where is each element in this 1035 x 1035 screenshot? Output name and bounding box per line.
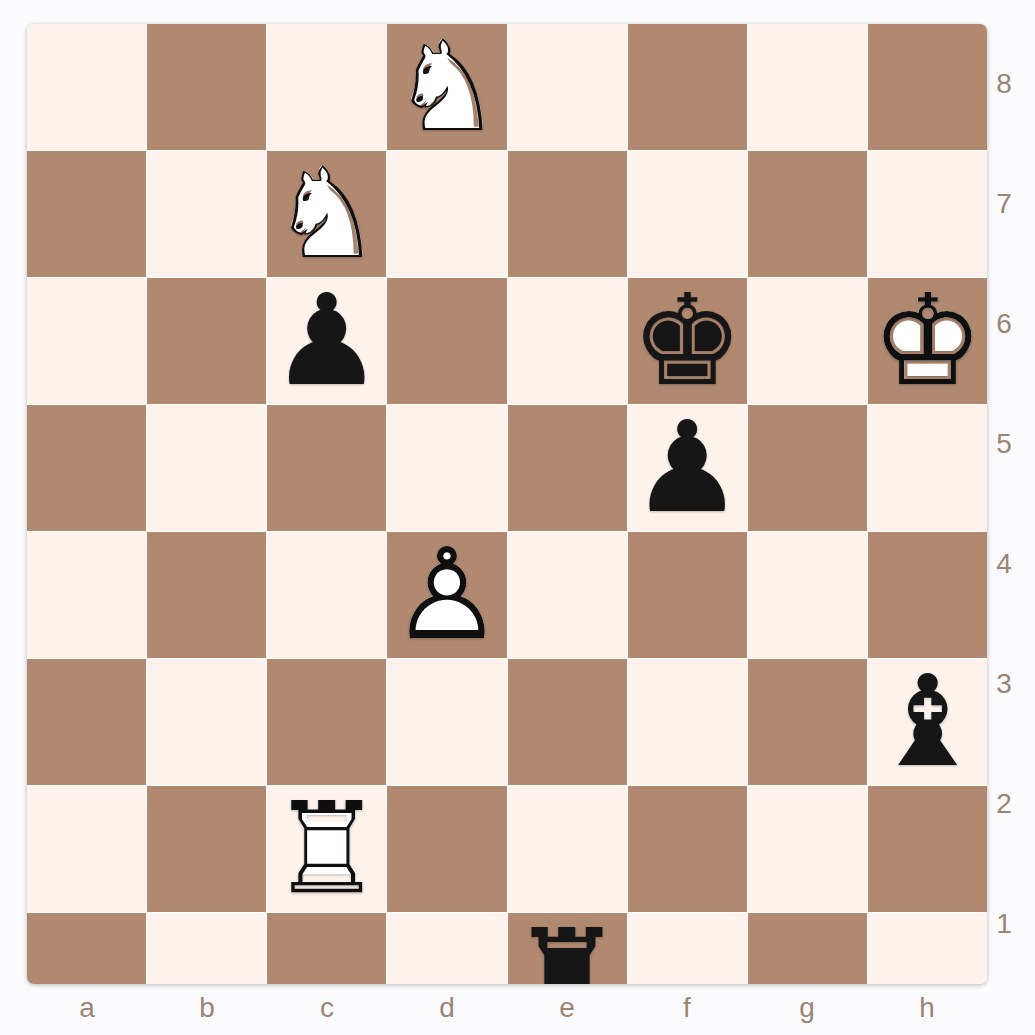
square-d5[interactable] (387, 405, 506, 531)
chess-board: ♞♘♞♘♟♚♚♔♟♟♙♝♜♖♜ (27, 24, 987, 984)
file-label-c: c (267, 986, 387, 1030)
square-d6[interactable] (387, 278, 506, 404)
square-c7[interactable]: ♞♘ (267, 151, 386, 277)
white-rook-icon[interactable]: ♜♖ (267, 786, 386, 912)
white-knight-icon[interactable]: ♞♘ (267, 151, 386, 277)
file-label-g: g (747, 986, 867, 1030)
square-c5[interactable] (267, 405, 386, 531)
white-knight-icon[interactable]: ♞♘ (387, 24, 506, 150)
square-a8[interactable] (27, 24, 146, 150)
square-a5[interactable] (27, 405, 146, 531)
square-f1[interactable] (628, 913, 747, 984)
square-g3[interactable] (748, 659, 867, 785)
square-c1[interactable] (267, 913, 386, 984)
square-b7[interactable] (147, 151, 266, 277)
square-d1[interactable] (387, 913, 506, 984)
square-h2[interactable] (868, 786, 987, 912)
square-h8[interactable] (868, 24, 987, 150)
chess-page: ♞♘♞♘♟♚♚♔♟♟♙♝♜♖♜ abcdefgh 87654321 (0, 0, 1035, 1035)
square-d7[interactable] (387, 151, 506, 277)
square-h5[interactable] (868, 405, 987, 531)
square-h6[interactable]: ♚♔ (868, 278, 987, 404)
square-a1[interactable] (27, 913, 146, 984)
white-king-icon[interactable]: ♚♔ (868, 278, 987, 404)
square-a3[interactable] (27, 659, 146, 785)
square-b2[interactable] (147, 786, 266, 912)
square-c8[interactable] (267, 24, 386, 150)
square-e6[interactable] (508, 278, 627, 404)
square-h4[interactable] (868, 532, 987, 658)
square-h3[interactable]: ♝ (868, 659, 987, 785)
rank-labels: 87654321 (987, 24, 1021, 984)
black-pawn-icon[interactable]: ♟ (267, 278, 386, 404)
square-f3[interactable] (628, 659, 747, 785)
file-label-d: d (387, 986, 507, 1030)
file-label-b: b (147, 986, 267, 1030)
square-d4[interactable]: ♟♙ (387, 532, 506, 658)
file-label-e: e (507, 986, 627, 1030)
square-b8[interactable] (147, 24, 266, 150)
black-pawn-icon[interactable]: ♟ (628, 405, 747, 531)
white-pawn-icon[interactable]: ♟♙ (387, 532, 506, 658)
square-e4[interactable] (508, 532, 627, 658)
square-g5[interactable] (748, 405, 867, 531)
rank-label-7: 7 (987, 144, 1021, 264)
square-g1[interactable] (748, 913, 867, 984)
file-label-f: f (627, 986, 747, 1030)
black-rook-icon[interactable]: ♜ (508, 913, 627, 984)
rank-label-2: 2 (987, 744, 1021, 864)
rank-label-3: 3 (987, 624, 1021, 744)
square-f5[interactable]: ♟ (628, 405, 747, 531)
square-h7[interactable] (868, 151, 987, 277)
square-c6[interactable]: ♟ (267, 278, 386, 404)
square-h1[interactable] (868, 913, 987, 984)
square-f6[interactable]: ♚ (628, 278, 747, 404)
square-b5[interactable] (147, 405, 266, 531)
black-bishop-icon[interactable]: ♝ (868, 659, 987, 785)
square-e8[interactable] (508, 24, 627, 150)
square-d8[interactable]: ♞♘ (387, 24, 506, 150)
square-d2[interactable] (387, 786, 506, 912)
square-c4[interactable] (267, 532, 386, 658)
rank-label-4: 4 (987, 504, 1021, 624)
square-a2[interactable] (27, 786, 146, 912)
square-e2[interactable] (508, 786, 627, 912)
square-b1[interactable] (147, 913, 266, 984)
square-d3[interactable] (387, 659, 506, 785)
square-f8[interactable] (628, 24, 747, 150)
square-e7[interactable] (508, 151, 627, 277)
square-g2[interactable] (748, 786, 867, 912)
rank-label-5: 5 (987, 384, 1021, 504)
square-f2[interactable] (628, 786, 747, 912)
black-king-icon[interactable]: ♚ (628, 278, 747, 404)
square-a4[interactable] (27, 532, 146, 658)
square-a7[interactable] (27, 151, 146, 277)
square-a6[interactable] (27, 278, 146, 404)
square-b3[interactable] (147, 659, 266, 785)
rank-label-8: 8 (987, 24, 1021, 144)
square-b4[interactable] (147, 532, 266, 658)
square-g6[interactable] (748, 278, 867, 404)
square-g4[interactable] (748, 532, 867, 658)
square-b6[interactable] (147, 278, 266, 404)
rank-label-6: 6 (987, 264, 1021, 384)
square-e3[interactable] (508, 659, 627, 785)
file-labels: abcdefgh (27, 986, 987, 1030)
square-f4[interactable] (628, 532, 747, 658)
square-c2[interactable]: ♜♖ (267, 786, 386, 912)
square-e1[interactable]: ♜ (508, 913, 627, 984)
file-label-a: a (27, 986, 147, 1030)
square-e5[interactable] (508, 405, 627, 531)
square-g7[interactable] (748, 151, 867, 277)
square-f7[interactable] (628, 151, 747, 277)
square-c3[interactable] (267, 659, 386, 785)
file-label-h: h (867, 986, 987, 1030)
rank-label-1: 1 (987, 864, 1021, 984)
square-g8[interactable] (748, 24, 867, 150)
